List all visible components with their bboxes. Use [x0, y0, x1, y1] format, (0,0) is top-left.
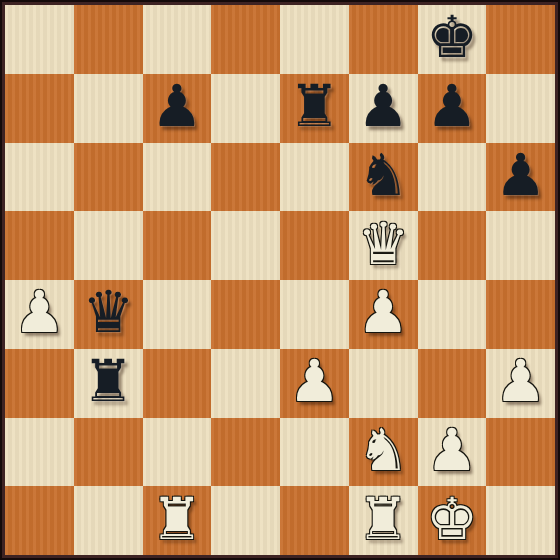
square-f1[interactable]: ♜	[349, 486, 418, 555]
square-a7[interactable]	[5, 74, 74, 143]
square-c8[interactable]	[143, 5, 212, 74]
white-pawn-e3[interactable]: ♟	[288, 352, 340, 410]
white-pawn-a4[interactable]: ♟	[13, 283, 65, 341]
square-f3[interactable]	[349, 349, 418, 418]
square-g1[interactable]: ♚	[418, 486, 487, 555]
white-queen-f5[interactable]: ♛	[357, 215, 409, 273]
square-c5[interactable]	[143, 211, 212, 280]
white-king-g1[interactable]: ♚	[426, 490, 478, 548]
square-f8[interactable]	[349, 5, 418, 74]
white-pawn-g2[interactable]: ♟	[426, 421, 478, 479]
square-d1[interactable]	[211, 486, 280, 555]
square-h1[interactable]	[486, 486, 555, 555]
square-g4[interactable]	[418, 280, 487, 349]
square-e2[interactable]	[280, 418, 349, 487]
chess-board: ♚♟♜♟♟♞♟♛♟♛♟♜♟♟♞♟♜♜♚	[5, 5, 555, 555]
square-d7[interactable]	[211, 74, 280, 143]
square-c1[interactable]: ♜	[143, 486, 212, 555]
black-pawn-g7[interactable]: ♟	[426, 77, 478, 135]
square-c3[interactable]	[143, 349, 212, 418]
square-h6[interactable]: ♟	[486, 143, 555, 212]
square-b7[interactable]	[74, 74, 143, 143]
square-d8[interactable]	[211, 5, 280, 74]
square-a1[interactable]	[5, 486, 74, 555]
square-a8[interactable]	[5, 5, 74, 74]
square-b3[interactable]: ♜	[74, 349, 143, 418]
square-b2[interactable]	[74, 418, 143, 487]
black-queen-b4[interactable]: ♛	[82, 283, 134, 341]
square-d2[interactable]	[211, 418, 280, 487]
square-c7[interactable]: ♟	[143, 74, 212, 143]
square-b5[interactable]	[74, 211, 143, 280]
square-a6[interactable]	[5, 143, 74, 212]
black-rook-b3[interactable]: ♜	[82, 352, 134, 410]
white-pawn-h3[interactable]: ♟	[495, 352, 547, 410]
black-rook-e7[interactable]: ♜	[288, 77, 340, 135]
square-h8[interactable]	[486, 5, 555, 74]
square-g5[interactable]	[418, 211, 487, 280]
white-rook-f1[interactable]: ♜	[357, 490, 409, 548]
square-g2[interactable]: ♟	[418, 418, 487, 487]
square-e1[interactable]	[280, 486, 349, 555]
square-a2[interactable]	[5, 418, 74, 487]
square-h7[interactable]	[486, 74, 555, 143]
square-d3[interactable]	[211, 349, 280, 418]
white-pawn-f4[interactable]: ♟	[357, 283, 409, 341]
black-pawn-f7[interactable]: ♟	[357, 77, 409, 135]
square-b6[interactable]	[74, 143, 143, 212]
square-g3[interactable]	[418, 349, 487, 418]
square-d4[interactable]	[211, 280, 280, 349]
square-c4[interactable]	[143, 280, 212, 349]
black-knight-f6[interactable]: ♞	[357, 146, 409, 204]
black-pawn-c7[interactable]: ♟	[151, 77, 203, 135]
square-b4[interactable]: ♛	[74, 280, 143, 349]
square-f5[interactable]: ♛	[349, 211, 418, 280]
square-g7[interactable]: ♟	[418, 74, 487, 143]
square-f4[interactable]: ♟	[349, 280, 418, 349]
square-g6[interactable]	[418, 143, 487, 212]
white-knight-f2[interactable]: ♞	[357, 421, 409, 479]
square-h4[interactable]	[486, 280, 555, 349]
square-b1[interactable]	[74, 486, 143, 555]
square-e7[interactable]: ♜	[280, 74, 349, 143]
square-d5[interactable]	[211, 211, 280, 280]
square-e3[interactable]: ♟	[280, 349, 349, 418]
square-g8[interactable]: ♚	[418, 5, 487, 74]
square-h3[interactable]: ♟	[486, 349, 555, 418]
black-king-g8[interactable]: ♚	[426, 8, 478, 66]
square-e8[interactable]	[280, 5, 349, 74]
square-e6[interactable]	[280, 143, 349, 212]
square-e5[interactable]	[280, 211, 349, 280]
square-b8[interactable]	[74, 5, 143, 74]
white-rook-c1[interactable]: ♜	[151, 490, 203, 548]
board-frame: ♚♟♜♟♟♞♟♛♟♛♟♜♟♟♞♟♜♜♚	[0, 0, 560, 560]
square-f6[interactable]: ♞	[349, 143, 418, 212]
square-f2[interactable]: ♞	[349, 418, 418, 487]
square-a4[interactable]: ♟	[5, 280, 74, 349]
square-a5[interactable]	[5, 211, 74, 280]
square-e4[interactable]	[280, 280, 349, 349]
square-h2[interactable]	[486, 418, 555, 487]
square-c2[interactable]	[143, 418, 212, 487]
square-a3[interactable]	[5, 349, 74, 418]
black-pawn-h6[interactable]: ♟	[495, 146, 547, 204]
square-d6[interactable]	[211, 143, 280, 212]
square-f7[interactable]: ♟	[349, 74, 418, 143]
square-h5[interactable]	[486, 211, 555, 280]
square-c6[interactable]	[143, 143, 212, 212]
